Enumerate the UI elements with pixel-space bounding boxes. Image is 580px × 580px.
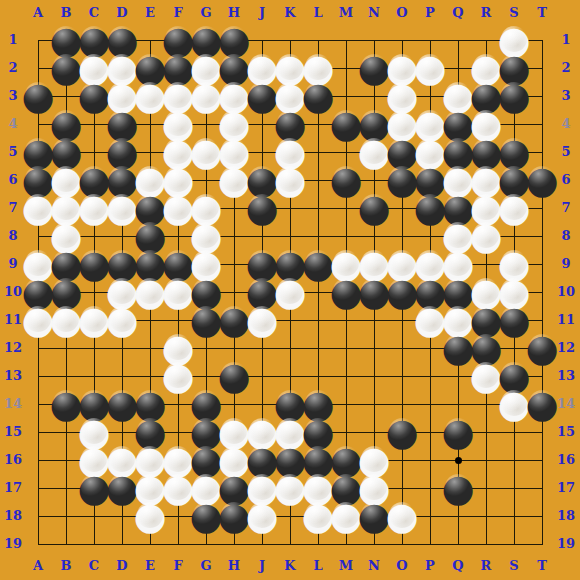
point-L6[interactable]: [304, 166, 332, 194]
white-stone-A7: ●: [24, 194, 52, 222]
black-stone-T12: ●: [528, 334, 556, 362]
point-F19[interactable]: [164, 530, 192, 558]
col-label-bottom-D: D: [108, 557, 136, 575]
point-J7[interactable]: ●: [248, 194, 276, 222]
col-label-bottom-A: A: [24, 557, 52, 575]
black-stone-S11: ●: [500, 306, 528, 334]
row-label-right-19: 19: [553, 535, 579, 553]
col-label-bottom-C: C: [80, 557, 108, 575]
col-label-bottom-T: T: [528, 557, 556, 575]
col-label-bottom-B: B: [52, 557, 80, 575]
point-F7[interactable]: ●: [164, 194, 192, 222]
black-stone-Q12: ●: [444, 334, 472, 362]
star-point-Q16: [455, 457, 462, 464]
row-label-left-16: 16: [0, 451, 26, 469]
col-label-bottom-M: M: [332, 557, 360, 575]
black-stone-B14: ●: [52, 390, 80, 418]
point-G5[interactable]: ●: [192, 138, 220, 166]
col-label-bottom-S: S: [500, 557, 528, 575]
point-H8[interactable]: [220, 222, 248, 250]
col-label-top-Q: Q: [444, 4, 472, 22]
point-L3[interactable]: ●: [304, 82, 332, 110]
point-T8[interactable]: [528, 222, 556, 250]
point-T17[interactable]: [528, 474, 556, 502]
point-P2[interactable]: ●: [416, 54, 444, 82]
col-label-bottom-J: J: [248, 557, 276, 575]
point-J13[interactable]: [248, 362, 276, 390]
col-label-bottom-Q: Q: [444, 557, 472, 575]
point-B14[interactable]: ●: [52, 390, 80, 418]
row-label-left-19: 19: [0, 535, 26, 553]
white-stone-K6: ●: [276, 166, 304, 194]
col-label-bottom-F: F: [164, 557, 192, 575]
row-label-right-9: 9: [553, 255, 579, 273]
point-R18[interactable]: [472, 502, 500, 530]
point-D7[interactable]: ●: [108, 194, 136, 222]
point-O12[interactable]: [388, 334, 416, 362]
black-stone-N2: ●: [360, 54, 388, 82]
point-T6[interactable]: ●: [528, 166, 556, 194]
col-label-top-O: O: [388, 4, 416, 22]
point-G11[interactable]: ●: [192, 306, 220, 334]
point-A1[interactable]: [24, 26, 52, 54]
black-stone-A3: ●: [24, 82, 52, 110]
point-P7[interactable]: ●: [416, 194, 444, 222]
point-T18[interactable]: [528, 502, 556, 530]
white-stone-E10: ●: [136, 278, 164, 306]
white-stone-R8: ●: [472, 222, 500, 250]
point-J3[interactable]: ●: [248, 82, 276, 110]
point-T16[interactable]: [528, 446, 556, 474]
white-stone-G5: ●: [192, 138, 220, 166]
point-H6[interactable]: ●: [220, 166, 248, 194]
black-stone-M6: ●: [332, 166, 360, 194]
black-stone-O10: ●: [388, 278, 416, 306]
white-stone-D7: ●: [108, 194, 136, 222]
black-stone-L9: ●: [304, 250, 332, 278]
row-label-left-15: 15: [0, 423, 26, 441]
col-label-top-M: M: [332, 4, 360, 22]
row-label-right-8: 8: [553, 227, 579, 245]
black-stone-D14: ●: [108, 390, 136, 418]
white-stone-A11: ●: [24, 306, 52, 334]
point-Q1[interactable]: [444, 26, 472, 54]
col-label-top-K: K: [276, 4, 304, 22]
point-K12[interactable]: [276, 334, 304, 362]
black-stone-D17: ●: [108, 474, 136, 502]
white-stone-S7: ●: [500, 194, 528, 222]
point-M12[interactable]: [332, 334, 360, 362]
col-label-bottom-R: R: [472, 557, 500, 575]
white-stone-R13: ●: [472, 362, 500, 390]
black-stone-C17: ●: [80, 474, 108, 502]
point-A15[interactable]: [24, 418, 52, 446]
point-N14[interactable]: [360, 390, 388, 418]
point-P18[interactable]: [416, 502, 444, 530]
point-D19[interactable]: [108, 530, 136, 558]
point-B19[interactable]: [52, 530, 80, 558]
point-M10[interactable]: ●: [332, 278, 360, 306]
point-S18[interactable]: [500, 502, 528, 530]
point-J18[interactable]: ●: [248, 502, 276, 530]
point-K10[interactable]: ●: [276, 278, 304, 306]
point-O6[interactable]: ●: [388, 166, 416, 194]
black-stone-O6: ●: [388, 166, 416, 194]
point-A19[interactable]: [24, 530, 52, 558]
point-L18[interactable]: ●: [304, 502, 332, 530]
point-P16[interactable]: [416, 446, 444, 474]
point-S16[interactable]: [500, 446, 528, 474]
point-F17[interactable]: ●: [164, 474, 192, 502]
black-stone-G18: ●: [192, 502, 220, 530]
point-K6[interactable]: ●: [276, 166, 304, 194]
white-stone-K17: ●: [276, 474, 304, 502]
white-stone-F13: ●: [164, 362, 192, 390]
point-A7[interactable]: ●: [24, 194, 52, 222]
point-A18[interactable]: [24, 502, 52, 530]
row-label-left-17: 17: [0, 479, 26, 497]
white-stone-P11: ●: [416, 306, 444, 334]
point-S11[interactable]: ●: [500, 306, 528, 334]
point-H9[interactable]: [220, 250, 248, 278]
black-stone-H13: ●: [220, 362, 248, 390]
black-stone-N7: ●: [360, 194, 388, 222]
point-T12[interactable]: ●: [528, 334, 556, 362]
point-E18[interactable]: ●: [136, 502, 164, 530]
point-P17[interactable]: [416, 474, 444, 502]
point-B17[interactable]: [52, 474, 80, 502]
point-R17[interactable]: [472, 474, 500, 502]
point-H13[interactable]: ●: [220, 362, 248, 390]
col-label-bottom-N: N: [360, 557, 388, 575]
row-label-right-3: 3: [553, 87, 579, 105]
point-O18[interactable]: ●: [388, 502, 416, 530]
black-stone-H18: ●: [220, 502, 248, 530]
point-R16[interactable]: [472, 446, 500, 474]
row-label-right-4: 4: [553, 115, 579, 133]
point-T10[interactable]: [528, 278, 556, 306]
point-S14[interactable]: ●: [500, 390, 528, 418]
black-stone-S3: ●: [500, 82, 528, 110]
black-stone-M4: ●: [332, 110, 360, 138]
white-stone-M18: ●: [332, 502, 360, 530]
point-F10[interactable]: ●: [164, 278, 192, 306]
point-T14[interactable]: ●: [528, 390, 556, 418]
white-stone-J18: ●: [248, 502, 276, 530]
black-stone-Q17: ●: [444, 474, 472, 502]
black-stone-O15: ●: [388, 418, 416, 446]
col-label-bottom-P: P: [416, 557, 444, 575]
point-E3[interactable]: ●: [136, 82, 164, 110]
point-K19[interactable]: [276, 530, 304, 558]
point-C19[interactable]: [80, 530, 108, 558]
white-stone-L18: ●: [304, 502, 332, 530]
point-C9[interactable]: ●: [80, 250, 108, 278]
row-label-right-18: 18: [553, 507, 579, 525]
white-stone-E3: ●: [136, 82, 164, 110]
point-L9[interactable]: ●: [304, 250, 332, 278]
point-N18[interactable]: ●: [360, 502, 388, 530]
point-M13[interactable]: [332, 362, 360, 390]
point-T19[interactable]: [528, 530, 556, 558]
col-label-top-R: R: [472, 4, 500, 22]
point-A17[interactable]: [24, 474, 52, 502]
row-label-right-1: 1: [553, 31, 579, 49]
point-D11[interactable]: ●: [108, 306, 136, 334]
black-stone-M10: ●: [332, 278, 360, 306]
point-P11[interactable]: ●: [416, 306, 444, 334]
row-label-left-13: 13: [0, 367, 26, 385]
white-stone-F10: ●: [164, 278, 192, 306]
point-L5[interactable]: [304, 138, 332, 166]
point-F13[interactable]: ●: [164, 362, 192, 390]
point-N5[interactable]: ●: [360, 138, 388, 166]
black-stone-J7: ●: [248, 194, 276, 222]
point-C11[interactable]: ●: [80, 306, 108, 334]
point-E12[interactable]: [136, 334, 164, 362]
white-stone-J11: ●: [248, 306, 276, 334]
point-A16[interactable]: [24, 446, 52, 474]
black-stone-H11: ●: [220, 306, 248, 334]
row-label-right-17: 17: [553, 479, 579, 497]
point-T4[interactable]: [528, 110, 556, 138]
point-P13[interactable]: [416, 362, 444, 390]
point-N10[interactable]: ●: [360, 278, 388, 306]
row-label-right-16: 16: [553, 451, 579, 469]
col-label-top-T: T: [528, 4, 556, 22]
row-label-left-14: 14: [0, 395, 26, 413]
point-M4[interactable]: ●: [332, 110, 360, 138]
point-M2[interactable]: [332, 54, 360, 82]
black-stone-L3: ●: [304, 82, 332, 110]
white-stone-O18: ●: [388, 502, 416, 530]
black-stone-B2: ●: [52, 54, 80, 82]
col-label-top-P: P: [416, 4, 444, 22]
black-stone-C3: ●: [80, 82, 108, 110]
point-R15[interactable]: [472, 418, 500, 446]
black-stone-N10: ●: [360, 278, 388, 306]
point-B11[interactable]: ●: [52, 306, 80, 334]
black-stone-C9: ●: [80, 250, 108, 278]
col-label-bottom-E: E: [136, 557, 164, 575]
point-A11[interactable]: ●: [24, 306, 52, 334]
point-T1[interactable]: [528, 26, 556, 54]
black-stone-P7: ●: [416, 194, 444, 222]
white-stone-C7: ●: [80, 194, 108, 222]
point-A13[interactable]: [24, 362, 52, 390]
col-label-top-E: E: [136, 4, 164, 22]
point-M1[interactable]: [332, 26, 360, 54]
point-G3[interactable]: ●: [192, 82, 220, 110]
point-D17[interactable]: ●: [108, 474, 136, 502]
board-grid[interactable]: ●●●●●●●●●●●●●●●●●●●●●●●●●●●●●●●●●●●●●●●●…: [24, 26, 556, 558]
go-board: ●●●●●●●●●●●●●●●●●●●●●●●●●●●●●●●●●●●●●●●●…: [24, 26, 556, 558]
black-stone-T14: ●: [528, 390, 556, 418]
row-label-left-18: 18: [0, 507, 26, 525]
point-L12[interactable]: [304, 334, 332, 362]
point-D14[interactable]: ●: [108, 390, 136, 418]
white-stone-F17: ●: [164, 474, 192, 502]
white-stone-E18: ●: [136, 502, 164, 530]
point-L7[interactable]: [304, 194, 332, 222]
row-label-left-1: 1: [0, 31, 26, 49]
black-stone-T6: ●: [528, 166, 556, 194]
point-B16[interactable]: [52, 446, 80, 474]
point-G18[interactable]: ●: [192, 502, 220, 530]
black-stone-G11: ●: [192, 306, 220, 334]
col-label-top-L: L: [304, 4, 332, 22]
point-N2[interactable]: ●: [360, 54, 388, 82]
point-Q15[interactable]: ●: [444, 418, 472, 446]
col-label-top-J: J: [248, 4, 276, 22]
col-label-top-N: N: [360, 4, 388, 22]
point-O13[interactable]: [388, 362, 416, 390]
point-N12[interactable]: [360, 334, 388, 362]
point-B2[interactable]: ●: [52, 54, 80, 82]
point-Q19[interactable]: [444, 530, 472, 558]
point-T2[interactable]: [528, 54, 556, 82]
point-Q17[interactable]: ●: [444, 474, 472, 502]
col-label-top-A: A: [24, 4, 52, 22]
point-O15[interactable]: ●: [388, 418, 416, 446]
white-stone-D11: ●: [108, 306, 136, 334]
white-stone-C11: ●: [80, 306, 108, 334]
black-stone-J3: ●: [248, 82, 276, 110]
point-S3[interactable]: ●: [500, 82, 528, 110]
point-A14[interactable]: [24, 390, 52, 418]
point-Q12[interactable]: ●: [444, 334, 472, 362]
white-stone-B11: ●: [52, 306, 80, 334]
col-label-bottom-G: G: [192, 557, 220, 575]
point-C3[interactable]: ●: [80, 82, 108, 110]
white-stone-F7: ●: [164, 194, 192, 222]
point-E10[interactable]: ●: [136, 278, 164, 306]
point-M18[interactable]: ●: [332, 502, 360, 530]
point-P14[interactable]: [416, 390, 444, 418]
point-O10[interactable]: ●: [388, 278, 416, 306]
row-label-right-10: 10: [553, 283, 579, 301]
point-B18[interactable]: [52, 502, 80, 530]
point-N13[interactable]: [360, 362, 388, 390]
col-label-bottom-H: H: [220, 557, 248, 575]
point-R19[interactable]: [472, 530, 500, 558]
point-J11[interactable]: ●: [248, 306, 276, 334]
point-K17[interactable]: ●: [276, 474, 304, 502]
white-stone-H6: ●: [220, 166, 248, 194]
point-T9[interactable]: [528, 250, 556, 278]
point-H11[interactable]: ●: [220, 306, 248, 334]
white-stone-N5: ●: [360, 138, 388, 166]
point-M14[interactable]: [332, 390, 360, 418]
point-S7[interactable]: ●: [500, 194, 528, 222]
white-stone-S14: ●: [500, 390, 528, 418]
col-label-bottom-O: O: [388, 557, 416, 575]
point-S19[interactable]: [500, 530, 528, 558]
point-N7[interactable]: ●: [360, 194, 388, 222]
col-label-bottom-L: L: [304, 557, 332, 575]
black-stone-N18: ●: [360, 502, 388, 530]
white-stone-K10: ●: [276, 278, 304, 306]
point-R8[interactable]: ●: [472, 222, 500, 250]
point-L11[interactable]: [304, 306, 332, 334]
white-stone-P2: ●: [416, 54, 444, 82]
black-stone-Q15: ●: [444, 418, 472, 446]
point-T3[interactable]: [528, 82, 556, 110]
go-board-app: ABCDEFGHJKLMNOPQRST ABCDEFGHJKLMNOPQRST …: [0, 0, 580, 580]
point-A3[interactable]: ●: [24, 82, 52, 110]
point-C7[interactable]: ●: [80, 194, 108, 222]
point-H18[interactable]: ●: [220, 502, 248, 530]
point-P19[interactable]: [416, 530, 444, 558]
point-C17[interactable]: ●: [80, 474, 108, 502]
point-P15[interactable]: [416, 418, 444, 446]
row-label-right-2: 2: [553, 59, 579, 77]
col-label-bottom-K: K: [276, 557, 304, 575]
point-M6[interactable]: ●: [332, 166, 360, 194]
point-R13[interactable]: ●: [472, 362, 500, 390]
point-S17[interactable]: [500, 474, 528, 502]
white-stone-G3: ●: [192, 82, 220, 110]
